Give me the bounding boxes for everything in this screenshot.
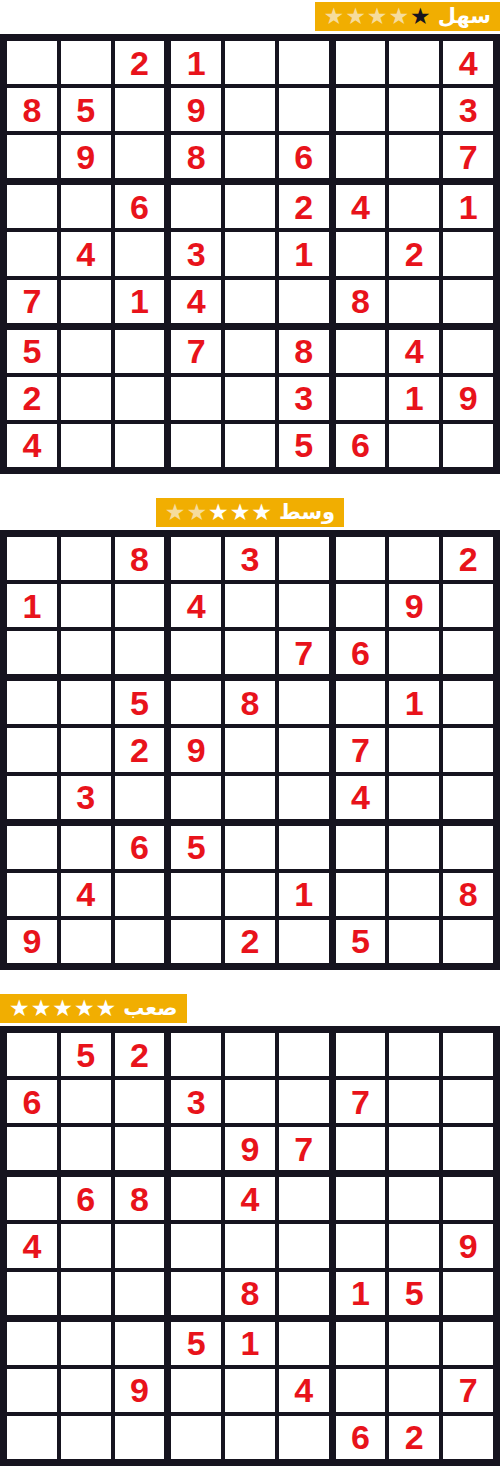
- cell-r8c9: 9: [443, 377, 493, 420]
- cell-r7c3: 6: [115, 826, 165, 869]
- difficulty-label-easy: سهل: [438, 2, 491, 31]
- cell-r7c4: 5: [171, 1322, 221, 1365]
- cell-r1c1[interactable]: [7, 41, 57, 84]
- given-digit: 3: [459, 93, 478, 127]
- cell-r9c9[interactable]: [443, 1416, 493, 1459]
- star-rating-easy: ★★★★★: [324, 2, 431, 31]
- cell-r4c5[interactable]: [225, 185, 275, 228]
- cell-r9c6[interactable]: [279, 1416, 329, 1459]
- cell-r5c8[interactable]: [389, 728, 439, 771]
- cell-r7c4: 5: [171, 826, 221, 869]
- cell-r6c4[interactable]: [171, 1272, 221, 1315]
- cell-r4c3: 5: [115, 681, 165, 724]
- difficulty-row-easy: ★★★★★ سهل: [0, 2, 500, 31]
- given-digit: 4: [459, 46, 478, 80]
- cell-r2c7[interactable]: [336, 88, 386, 131]
- sudoku-box-2-0: 524: [7, 330, 164, 467]
- cell-r4c8[interactable]: [389, 1177, 439, 1220]
- given-digit: 1: [405, 381, 424, 415]
- cell-r1c2[interactable]: [61, 41, 111, 84]
- cell-r5c7: 7: [336, 728, 386, 771]
- given-digit: 9: [241, 1132, 260, 1166]
- cell-r6c1[interactable]: [7, 1272, 57, 1315]
- cell-r6c5[interactable]: [225, 280, 275, 323]
- cell-r9c8[interactable]: [389, 920, 439, 963]
- cell-r2c6[interactable]: [279, 1080, 329, 1123]
- cell-r6c2[interactable]: [61, 280, 111, 323]
- cell-r8c3[interactable]: [115, 873, 165, 916]
- cell-r5c4: 9: [171, 728, 221, 771]
- cell-r8c6: 1: [279, 873, 329, 916]
- sudoku-page: ★★★★★ سهل 285919864376471231441285247835…: [0, 0, 500, 1466]
- cell-r2c7[interactable]: [336, 584, 386, 627]
- cell-r7c5[interactable]: [225, 330, 275, 373]
- cell-r4c4[interactable]: [171, 1177, 221, 1220]
- cell-r7c8: 4: [389, 330, 439, 373]
- given-digit: 3: [241, 542, 260, 576]
- cell-r2c2[interactable]: [61, 1080, 111, 1123]
- cell-r1c2[interactable]: [61, 537, 111, 580]
- cell-r4c4[interactable]: [171, 681, 221, 724]
- cell-r5c1[interactable]: [7, 232, 57, 275]
- cell-r9c1: 9: [7, 920, 57, 963]
- cell-r6c6[interactable]: [279, 280, 329, 323]
- given-digit: 8: [241, 686, 260, 720]
- given-digit: 8: [294, 334, 313, 368]
- given-digit: 6: [294, 140, 313, 174]
- cell-r5c7[interactable]: [336, 1224, 386, 1267]
- cell-r3c2: 9: [61, 135, 111, 178]
- cell-r9c4[interactable]: [171, 1416, 221, 1459]
- cell-r6c1[interactable]: [7, 776, 57, 819]
- given-digit: 4: [187, 589, 206, 623]
- cell-r6c9[interactable]: [443, 776, 493, 819]
- cell-r9c1[interactable]: [7, 1416, 57, 1459]
- cell-r1c4[interactable]: [171, 1033, 221, 1076]
- given-digit: 9: [76, 140, 95, 174]
- cell-r3c9[interactable]: [443, 1127, 493, 1170]
- sudoku-board-easy: 2859198643764712314412852478354196: [0, 34, 500, 474]
- star-icon: ★: [230, 498, 251, 527]
- given-digit: 1: [22, 589, 41, 623]
- difficulty-label-medium: وسط: [279, 498, 335, 527]
- cell-r6c5[interactable]: [225, 776, 275, 819]
- sudoku-box-0-2: 296: [336, 537, 493, 674]
- given-digit: 4: [294, 1373, 313, 1407]
- sudoku-box-1-1: 89: [171, 681, 328, 818]
- cell-r3c5[interactable]: [225, 135, 275, 178]
- difficulty-badge-hard: ★★★★★ صعب: [0, 994, 187, 1023]
- cell-r1c8[interactable]: [389, 1033, 439, 1076]
- sudoku-box-2-1: 514: [171, 1322, 328, 1459]
- cell-r3c2[interactable]: [61, 1127, 111, 1170]
- cell-r4c6: 2: [279, 185, 329, 228]
- cell-r2c1: 6: [7, 1080, 57, 1123]
- cell-r2c5[interactable]: [225, 1080, 275, 1123]
- cell-r1c1[interactable]: [7, 1033, 57, 1076]
- cell-r7c7[interactable]: [336, 826, 386, 869]
- cell-r2c6[interactable]: [279, 584, 329, 627]
- cell-r8c7[interactable]: [336, 377, 386, 420]
- cell-r6c5: 8: [225, 1272, 275, 1315]
- cell-r3c7[interactable]: [336, 135, 386, 178]
- cell-r5c7[interactable]: [336, 232, 386, 275]
- cell-r1c3: 2: [115, 1033, 165, 1076]
- cell-r7c9[interactable]: [443, 826, 493, 869]
- cell-r3c6: 7: [279, 1127, 329, 1170]
- puzzle-section-hard: ★★★★★ صعب 5263977684489159514762: [0, 994, 500, 1466]
- cell-r2c4: 9: [171, 88, 221, 131]
- cell-r7c6[interactable]: [279, 826, 329, 869]
- cell-r6c9[interactable]: [443, 280, 493, 323]
- given-digit: 8: [351, 284, 370, 318]
- cell-r2c3[interactable]: [115, 88, 165, 131]
- cell-r1c7[interactable]: [336, 537, 386, 580]
- cell-r3c3[interactable]: [115, 631, 165, 674]
- cell-r8c7[interactable]: [336, 1369, 386, 1412]
- given-digit: 2: [130, 46, 149, 80]
- sudoku-box-1-1: 48: [171, 1177, 328, 1314]
- cell-r8c8[interactable]: [389, 1369, 439, 1412]
- star-icon: ★: [208, 498, 229, 527]
- cell-r5c6[interactable]: [279, 728, 329, 771]
- given-digit: 7: [459, 1373, 478, 1407]
- cell-r1c1[interactable]: [7, 537, 57, 580]
- cell-r1c5[interactable]: [225, 41, 275, 84]
- cell-r3c3[interactable]: [115, 1127, 165, 1170]
- cell-r6c3[interactable]: [115, 1272, 165, 1315]
- cell-r7c7[interactable]: [336, 330, 386, 373]
- cell-r1c7[interactable]: [336, 41, 386, 84]
- given-digit: 6: [351, 428, 370, 462]
- cell-r5c6[interactable]: [279, 1224, 329, 1267]
- cell-r4c6[interactable]: [279, 1177, 329, 1220]
- cell-r3c7[interactable]: [336, 1127, 386, 1170]
- cell-r5c9[interactable]: [443, 232, 493, 275]
- given-digit: 2: [22, 381, 41, 415]
- cell-r7c2[interactable]: [61, 330, 111, 373]
- cell-r6c8[interactable]: [389, 776, 439, 819]
- cell-r3c5[interactable]: [225, 631, 275, 674]
- given-digit: 9: [459, 381, 478, 415]
- star-rating-hard: ★★★★★: [9, 994, 116, 1023]
- cell-r3c9[interactable]: [443, 631, 493, 674]
- sudoku-box-0-2: 7: [336, 1033, 493, 1170]
- cell-r3c5: 9: [225, 1127, 275, 1170]
- cell-r8c9: 7: [443, 1369, 493, 1412]
- cell-r2c8[interactable]: [389, 1080, 439, 1123]
- cell-r8c5[interactable]: [225, 873, 275, 916]
- cell-r9c8[interactable]: [389, 424, 439, 467]
- cell-r4c9[interactable]: [443, 1177, 493, 1220]
- given-digit: 1: [241, 1326, 260, 1360]
- sudoku-box-0-0: 2859: [7, 41, 164, 178]
- star-icon: ★: [9, 994, 30, 1023]
- cell-r7c8[interactable]: [389, 826, 439, 869]
- star-icon: ★: [410, 2, 431, 31]
- given-digit: 7: [294, 636, 313, 670]
- cell-r1c2: 5: [61, 1033, 111, 1076]
- cell-r3c1[interactable]: [7, 631, 57, 674]
- given-digit: 1: [351, 1276, 370, 1310]
- sudoku-box-2-0: 9: [7, 1322, 164, 1459]
- given-digit: 2: [459, 542, 478, 576]
- cell-r5c3[interactable]: [115, 232, 165, 275]
- cell-r7c6[interactable]: [279, 1322, 329, 1365]
- cell-r1c7[interactable]: [336, 1033, 386, 1076]
- cell-r1c4: 1: [171, 41, 221, 84]
- cell-r3c3[interactable]: [115, 135, 165, 178]
- cell-r3c4[interactable]: [171, 1127, 221, 1170]
- cell-r7c8[interactable]: [389, 1322, 439, 1365]
- cell-r8c5[interactable]: [225, 1369, 275, 1412]
- sudoku-box-2-1: 512: [171, 826, 328, 963]
- cell-r2c7: 7: [336, 1080, 386, 1123]
- given-digit: 5: [76, 1038, 95, 1072]
- cell-r7c4: 7: [171, 330, 221, 373]
- cell-r9c7: 5: [336, 920, 386, 963]
- cell-r8c4[interactable]: [171, 1369, 221, 1412]
- cell-r5c4[interactable]: [171, 1224, 221, 1267]
- cell-r4c7[interactable]: [336, 681, 386, 724]
- cell-r2c1: 8: [7, 88, 57, 131]
- cell-r9c3[interactable]: [115, 424, 165, 467]
- cell-r3c4: 8: [171, 135, 221, 178]
- cell-r5c4: 3: [171, 232, 221, 275]
- cell-r3c1[interactable]: [7, 1127, 57, 1170]
- cell-r7c2[interactable]: [61, 1322, 111, 1365]
- cell-r8c2[interactable]: [61, 377, 111, 420]
- cell-r1c3: 2: [115, 41, 165, 84]
- cell-r9c5: 2: [225, 920, 275, 963]
- cell-r1c6[interactable]: [279, 1033, 329, 1076]
- cell-r4c2[interactable]: [61, 681, 111, 724]
- cell-r9c3[interactable]: [115, 920, 165, 963]
- cell-r5c3[interactable]: [115, 1224, 165, 1267]
- cell-r8c4[interactable]: [171, 873, 221, 916]
- given-digit: 9: [22, 924, 41, 958]
- cell-r4c3: 8: [115, 1177, 165, 1220]
- cell-r7c1[interactable]: [7, 1322, 57, 1365]
- cell-r6c6[interactable]: [279, 1272, 329, 1315]
- given-digit: 8: [130, 542, 149, 576]
- cell-r2c9: 3: [443, 88, 493, 131]
- cell-r4c1[interactable]: [7, 185, 57, 228]
- cell-r1c8[interactable]: [389, 41, 439, 84]
- sudoku-box-2-1: 7835: [171, 330, 328, 467]
- cell-r2c8[interactable]: [389, 88, 439, 131]
- cell-r7c7[interactable]: [336, 1322, 386, 1365]
- given-digit: 5: [294, 428, 313, 462]
- given-digit: 4: [22, 428, 41, 462]
- cell-r2c5[interactable]: [225, 88, 275, 131]
- cell-r6c2[interactable]: [61, 1272, 111, 1315]
- cell-r4c3: 6: [115, 185, 165, 228]
- given-digit: 9: [459, 1229, 478, 1263]
- cell-r6c6[interactable]: [279, 776, 329, 819]
- cell-r6c9[interactable]: [443, 1272, 493, 1315]
- cell-r5c5[interactable]: [225, 232, 275, 275]
- cell-r2c3[interactable]: [115, 1080, 165, 1123]
- cell-r2c5[interactable]: [225, 584, 275, 627]
- cell-r5c9[interactable]: [443, 728, 493, 771]
- given-digit: 2: [405, 1420, 424, 1454]
- sudoku-box-0-1: 1986: [171, 41, 328, 178]
- cell-r7c5: 1: [225, 1322, 275, 1365]
- cell-r4c7[interactable]: [336, 1177, 386, 1220]
- difficulty-row-hard: ★★★★★ صعب: [0, 994, 500, 1023]
- cell-r3c6: 6: [279, 135, 329, 178]
- cell-r7c3[interactable]: [115, 1322, 165, 1365]
- sudoku-box-2-2: 762: [336, 1322, 493, 1459]
- given-digit: 4: [22, 1229, 41, 1263]
- cell-r8c3[interactable]: [115, 377, 165, 420]
- cell-r3c8[interactable]: [389, 631, 439, 674]
- cell-r3c6: 7: [279, 631, 329, 674]
- cell-r9c4[interactable]: [171, 424, 221, 467]
- given-digit: 4: [187, 284, 206, 318]
- given-digit: 6: [76, 1182, 95, 1216]
- given-digit: 4: [76, 237, 95, 271]
- cell-r8c1: 2: [7, 377, 57, 420]
- given-digit: 5: [405, 1276, 424, 1310]
- cell-r8c6: 3: [279, 377, 329, 420]
- cell-r9c9[interactable]: [443, 424, 493, 467]
- cell-r4c1[interactable]: [7, 1177, 57, 1220]
- cell-r4c9[interactable]: [443, 681, 493, 724]
- cell-r2c9[interactable]: [443, 584, 493, 627]
- cell-r4c2[interactable]: [61, 185, 111, 228]
- cell-r5c5[interactable]: [225, 728, 275, 771]
- cell-r7c9[interactable]: [443, 330, 493, 373]
- cell-r5c9: 9: [443, 1224, 493, 1267]
- cell-r2c1: 1: [7, 584, 57, 627]
- cell-r9c3[interactable]: [115, 1416, 165, 1459]
- cell-r5c2: 4: [61, 232, 111, 275]
- cell-r8c5[interactable]: [225, 377, 275, 420]
- cell-r9c2[interactable]: [61, 920, 111, 963]
- cell-r3c1[interactable]: [7, 135, 57, 178]
- cell-r7c3[interactable]: [115, 330, 165, 373]
- cell-r3c2[interactable]: [61, 631, 111, 674]
- given-digit: 7: [187, 334, 206, 368]
- sudoku-box-0-1: 347: [171, 537, 328, 674]
- given-digit: 2: [130, 1038, 149, 1072]
- cell-r7c5[interactable]: [225, 826, 275, 869]
- given-digit: 8: [22, 93, 41, 127]
- cell-r6c7: 4: [336, 776, 386, 819]
- cell-r4c2: 6: [61, 1177, 111, 1220]
- cell-r6c1: 7: [7, 280, 57, 323]
- cell-r4c5: 4: [225, 1177, 275, 1220]
- cell-r9c6[interactable]: [279, 920, 329, 963]
- given-digit: 4: [405, 334, 424, 368]
- cell-r8c4[interactable]: [171, 377, 221, 420]
- cell-r7c6: 8: [279, 330, 329, 373]
- cell-r8c7[interactable]: [336, 873, 386, 916]
- sudoku-box-1-0: 684: [7, 1177, 164, 1314]
- cell-r8c3: 9: [115, 1369, 165, 1412]
- cell-r2c4: 4: [171, 584, 221, 627]
- cell-r4c8: 1: [389, 681, 439, 724]
- cell-r6c3: 1: [115, 280, 165, 323]
- given-digit: 1: [294, 877, 313, 911]
- cell-r7c2[interactable]: [61, 826, 111, 869]
- cell-r1c4[interactable]: [171, 537, 221, 580]
- cell-r9c7: 6: [336, 424, 386, 467]
- cell-r9c5[interactable]: [225, 1416, 275, 1459]
- cell-r1c8[interactable]: [389, 537, 439, 580]
- cell-r7c9[interactable]: [443, 1322, 493, 1365]
- cell-r8c1[interactable]: [7, 1369, 57, 1412]
- cell-r2c6[interactable]: [279, 88, 329, 131]
- cell-r9c4[interactable]: [171, 920, 221, 963]
- cell-r3c9: 7: [443, 135, 493, 178]
- difficulty-badge-medium: ★★★★★ وسط: [156, 498, 344, 527]
- cell-r2c3[interactable]: [115, 584, 165, 627]
- star-icon: ★: [251, 498, 272, 527]
- cell-r4c8[interactable]: [389, 185, 439, 228]
- cell-r9c9[interactable]: [443, 920, 493, 963]
- cell-r5c2[interactable]: [61, 728, 111, 771]
- cell-r2c2[interactable]: [61, 584, 111, 627]
- cell-r8c2[interactable]: [61, 1369, 111, 1412]
- cell-r9c2[interactable]: [61, 424, 111, 467]
- cell-r4c4[interactable]: [171, 185, 221, 228]
- cell-r6c2: 3: [61, 776, 111, 819]
- sudoku-box-1-0: 6471: [7, 185, 164, 322]
- cell-r4c6[interactable]: [279, 681, 329, 724]
- cell-r5c1[interactable]: [7, 728, 57, 771]
- cell-r4c1[interactable]: [7, 681, 57, 724]
- cell-r2c2: 5: [61, 88, 111, 131]
- cell-r9c1: 4: [7, 424, 57, 467]
- cell-r6c4[interactable]: [171, 776, 221, 819]
- cell-r6c8[interactable]: [389, 280, 439, 323]
- given-digit: 3: [294, 381, 313, 415]
- cell-r7c1[interactable]: [7, 826, 57, 869]
- cell-r3c8[interactable]: [389, 1127, 439, 1170]
- cell-r6c8: 5: [389, 1272, 439, 1315]
- given-digit: 2: [405, 237, 424, 271]
- cell-r1c9[interactable]: [443, 1033, 493, 1076]
- star-icon: ★: [165, 498, 186, 527]
- cell-r3c8[interactable]: [389, 135, 439, 178]
- given-digit: 1: [459, 190, 478, 224]
- cell-r9c7: 6: [336, 1416, 386, 1459]
- star-icon: ★: [74, 994, 95, 1023]
- cell-r5c8[interactable]: [389, 1224, 439, 1267]
- cell-r1c6[interactable]: [279, 537, 329, 580]
- star-icon: ★: [96, 994, 117, 1023]
- cell-r8c1[interactable]: [7, 873, 57, 916]
- cell-r1c5[interactable]: [225, 1033, 275, 1076]
- cell-r5c5[interactable]: [225, 1224, 275, 1267]
- given-digit: 7: [351, 733, 370, 767]
- given-digit: 2: [294, 190, 313, 224]
- cell-r3c4[interactable]: [171, 631, 221, 674]
- cell-r6c3[interactable]: [115, 776, 165, 819]
- cell-r8c8[interactable]: [389, 873, 439, 916]
- cell-r2c9[interactable]: [443, 1080, 493, 1123]
- cell-r1c6[interactable]: [279, 41, 329, 84]
- cell-r9c5[interactable]: [225, 424, 275, 467]
- given-digit: 8: [459, 877, 478, 911]
- given-digit: 7: [459, 140, 478, 174]
- cell-r9c2[interactable]: [61, 1416, 111, 1459]
- cell-r5c2[interactable]: [61, 1224, 111, 1267]
- cell-r5c3: 2: [115, 728, 165, 771]
